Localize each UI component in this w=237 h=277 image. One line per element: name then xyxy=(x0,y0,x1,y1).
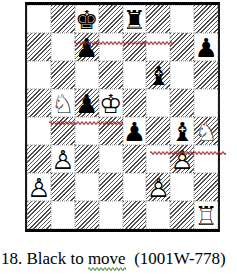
caption-word-move: move xyxy=(88,249,126,269)
square-a7[interactable] xyxy=(27,33,51,61)
square-a8[interactable] xyxy=(27,5,51,33)
square-e5[interactable] xyxy=(123,89,147,117)
square-h8[interactable] xyxy=(194,5,218,33)
square-e6[interactable] xyxy=(123,61,147,89)
square-b4[interactable] xyxy=(51,117,75,145)
piece-white-outline: ♙ xyxy=(171,146,194,174)
piece-white-outline: ♘ xyxy=(51,90,74,118)
piece-white-outline: ♙ xyxy=(51,146,74,174)
caption-source: (1001W-778) xyxy=(126,249,226,268)
piece-white-rook: ♜♖ xyxy=(194,202,217,230)
square-e2[interactable] xyxy=(123,173,147,201)
piece-white-pawn: ♟♙ xyxy=(27,174,50,202)
square-g4[interactable]: ♝ xyxy=(170,117,194,145)
square-h6[interactable] xyxy=(194,61,218,89)
piece-white-outline: ♖ xyxy=(194,202,217,230)
piece-white-outline: ♔ xyxy=(99,90,122,118)
square-c3[interactable] xyxy=(75,145,99,173)
square-b3[interactable]: ♟♙ xyxy=(51,145,75,173)
square-c2[interactable] xyxy=(75,173,99,201)
diagram-caption: 18. Black to move (1001W-778) xyxy=(1,249,237,269)
square-f4[interactable] xyxy=(146,117,170,145)
piece-black-bishop: ♝ xyxy=(171,118,194,146)
square-d4[interactable] xyxy=(99,117,123,145)
piece-black-pawn: ♟ xyxy=(123,118,146,146)
piece-black-glyph: ♝ xyxy=(171,118,194,146)
piece-black-pawn: ♟ xyxy=(75,90,98,118)
piece-black-glyph: ♜ xyxy=(123,6,146,34)
square-g6[interactable] xyxy=(170,61,194,89)
piece-black-king: ♚ xyxy=(75,6,98,34)
square-f8[interactable] xyxy=(146,5,170,33)
square-e1[interactable] xyxy=(123,201,147,229)
square-c7[interactable]: ♟ xyxy=(75,33,99,61)
piece-white-pawn: ♟♙ xyxy=(171,146,194,174)
piece-white-knight: ♞♘ xyxy=(51,90,74,118)
square-d1[interactable] xyxy=(99,201,123,229)
piece-black-glyph: ♟ xyxy=(75,34,98,62)
piece-white-pawn: ♟♙ xyxy=(147,174,170,202)
square-d6[interactable] xyxy=(99,61,123,89)
piece-black-glyph: ♝ xyxy=(147,62,170,90)
piece-black-bishop: ♝ xyxy=(147,62,170,90)
square-g2[interactable] xyxy=(170,173,194,201)
piece-white-outline: ♙ xyxy=(27,174,50,202)
square-e8[interactable]: ♜ xyxy=(123,5,147,33)
chess-diagram: ♚♜♟♟♝♞♘♟♚♔♟♝♞♘♟♙♟♙♟♙♟♙♜♖ 18. Black to mo… xyxy=(0,0,237,277)
square-c4[interactable] xyxy=(75,117,99,145)
square-a3[interactable] xyxy=(27,145,51,173)
square-f6[interactable]: ♝ xyxy=(146,61,170,89)
square-f2[interactable]: ♟♙ xyxy=(146,173,170,201)
square-f1[interactable] xyxy=(146,201,170,229)
square-b7[interactable] xyxy=(51,33,75,61)
square-h4[interactable]: ♞♘ xyxy=(194,117,218,145)
square-f5[interactable] xyxy=(146,89,170,117)
piece-white-king: ♚♔ xyxy=(99,90,122,118)
square-g3[interactable]: ♟♙ xyxy=(170,145,194,173)
square-h2[interactable] xyxy=(194,173,218,201)
piece-black-glyph: ♟ xyxy=(75,90,98,118)
square-h3[interactable] xyxy=(194,145,218,173)
square-c6[interactable] xyxy=(75,61,99,89)
green-squiggle-annotation xyxy=(88,267,126,271)
square-a2[interactable]: ♟♙ xyxy=(27,173,51,201)
piece-black-glyph: ♟ xyxy=(123,118,146,146)
piece-black-rook: ♜ xyxy=(123,6,146,34)
square-h7[interactable]: ♟ xyxy=(194,33,218,61)
square-b1[interactable] xyxy=(51,201,75,229)
square-f7[interactable] xyxy=(146,33,170,61)
square-e3[interactable] xyxy=(123,145,147,173)
square-d7[interactable] xyxy=(99,33,123,61)
square-g1[interactable] xyxy=(170,201,194,229)
square-b5[interactable]: ♞♘ xyxy=(51,89,75,117)
square-c5[interactable]: ♟ xyxy=(75,89,99,117)
square-g8[interactable] xyxy=(170,5,194,33)
piece-black-pawn: ♟ xyxy=(194,34,217,62)
square-a4[interactable] xyxy=(27,117,51,145)
square-h1[interactable]: ♜♖ xyxy=(194,201,218,229)
square-e4[interactable]: ♟ xyxy=(123,117,147,145)
square-g5[interactable] xyxy=(170,89,194,117)
square-a5[interactable] xyxy=(27,89,51,117)
piece-black-pawn: ♟ xyxy=(75,34,98,62)
piece-white-outline: ♙ xyxy=(147,174,170,202)
square-b6[interactable] xyxy=(51,61,75,89)
square-c1[interactable] xyxy=(75,201,99,229)
square-a6[interactable] xyxy=(27,61,51,89)
square-d8[interactable] xyxy=(99,5,123,33)
piece-black-glyph: ♟ xyxy=(194,34,217,62)
square-f3[interactable] xyxy=(146,145,170,173)
piece-black-glyph: ♚ xyxy=(75,6,98,34)
piece-white-knight: ♞♘ xyxy=(194,118,217,146)
chess-board: ♚♜♟♟♝♞♘♟♚♔♟♝♞♘♟♙♟♙♟♙♟♙♜♖ xyxy=(25,2,220,232)
square-h5[interactable] xyxy=(194,89,218,117)
square-d2[interactable] xyxy=(99,173,123,201)
square-d5[interactable]: ♚♔ xyxy=(99,89,123,117)
square-d3[interactable] xyxy=(99,145,123,173)
piece-white-pawn: ♟♙ xyxy=(51,146,74,174)
square-b2[interactable] xyxy=(51,173,75,201)
piece-white-outline: ♘ xyxy=(194,118,217,146)
square-a1[interactable] xyxy=(27,201,51,229)
square-b8[interactable] xyxy=(51,5,75,33)
square-g7[interactable] xyxy=(170,33,194,61)
square-e7[interactable] xyxy=(123,33,147,61)
caption-prefix: 18. Black to xyxy=(1,249,88,268)
square-c8[interactable]: ♚ xyxy=(75,5,99,33)
